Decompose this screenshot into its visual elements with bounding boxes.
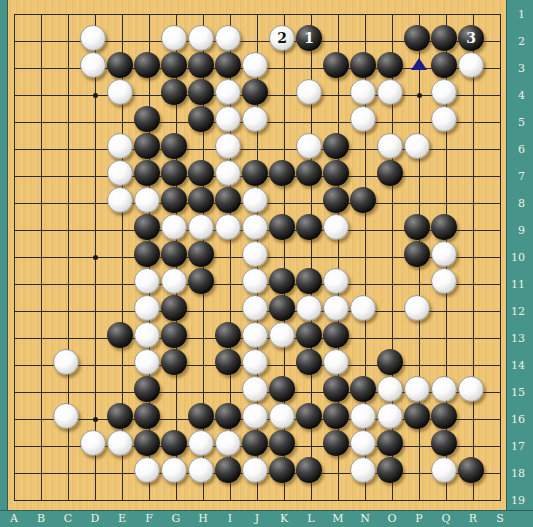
row-label-18: 18 <box>511 467 525 480</box>
star-point <box>417 93 422 98</box>
stone-white-O4[interactable] <box>377 79 403 105</box>
stone-white-I2[interactable] <box>215 25 241 51</box>
stone-black-M17[interactable] <box>323 430 349 456</box>
stone-black-P9[interactable] <box>404 214 430 240</box>
stone-white-M12[interactable] <box>323 295 349 321</box>
col-label-O: O <box>387 512 396 525</box>
stone-black-G13[interactable] <box>161 322 187 348</box>
stone-white-E17[interactable] <box>107 430 133 456</box>
col-label-C: C <box>64 512 72 525</box>
stone-black-F15[interactable] <box>134 376 160 402</box>
stone-white-M14[interactable] <box>323 349 349 375</box>
stone-black-G8[interactable] <box>161 187 187 213</box>
stone-black-F16[interactable] <box>134 403 160 429</box>
stone-black-L16[interactable] <box>296 403 322 429</box>
stone-black-K18[interactable] <box>269 457 295 483</box>
stone-black-J17[interactable] <box>242 430 268 456</box>
stone-white-J13[interactable] <box>242 322 268 348</box>
row-label-6: 6 <box>518 143 525 156</box>
col-label-A: A <box>10 512 18 525</box>
stone-white-M11[interactable] <box>323 268 349 294</box>
stone-black-I13[interactable] <box>215 322 241 348</box>
stone-white-M9[interactable] <box>323 214 349 240</box>
stone-black-P16[interactable] <box>404 403 430 429</box>
stone-white-L12[interactable] <box>296 295 322 321</box>
stone-black-K12[interactable] <box>269 295 295 321</box>
stone-black-H3[interactable] <box>188 52 214 78</box>
stone-white-K2[interactable]: 2 <box>269 25 295 51</box>
stone-white-O15[interactable] <box>377 376 403 402</box>
stone-black-L2[interactable]: 1 <box>296 25 322 51</box>
stone-white-N5[interactable] <box>350 106 376 132</box>
stone-white-G18[interactable] <box>161 457 187 483</box>
row-label-4: 4 <box>518 89 525 102</box>
triangle-marker[interactable] <box>411 58 427 70</box>
stone-white-K13[interactable] <box>269 322 295 348</box>
stone-black-G3[interactable] <box>161 52 187 78</box>
col-label-D: D <box>91 512 100 525</box>
stone-black-F9[interactable] <box>134 214 160 240</box>
stone-black-O18[interactable] <box>377 457 403 483</box>
stone-black-M8[interactable] <box>323 187 349 213</box>
row-label-13: 13 <box>511 332 525 345</box>
col-label-I: I <box>228 512 232 525</box>
stone-white-J16[interactable] <box>242 403 268 429</box>
column-coordinate-strip <box>0 510 533 527</box>
stone-white-J11[interactable] <box>242 268 268 294</box>
stone-white-E6[interactable] <box>107 133 133 159</box>
stone-white-C14[interactable] <box>53 349 79 375</box>
stone-white-N12[interactable] <box>350 295 376 321</box>
stone-black-H11[interactable] <box>188 268 214 294</box>
stone-white-R3[interactable] <box>458 52 484 78</box>
stone-white-L4[interactable] <box>296 79 322 105</box>
stone-black-M7[interactable] <box>323 160 349 186</box>
stone-white-J14[interactable] <box>242 349 268 375</box>
stone-white-N17[interactable] <box>350 430 376 456</box>
stone-white-J10[interactable] <box>242 241 268 267</box>
stone-black-R18[interactable] <box>458 457 484 483</box>
stone-black-F7[interactable] <box>134 160 160 186</box>
stone-black-F3[interactable] <box>134 52 160 78</box>
grid-line-h <box>14 500 501 501</box>
stone-black-H16[interactable] <box>188 403 214 429</box>
stone-black-Q3[interactable] <box>431 52 457 78</box>
stone-black-E13[interactable] <box>107 322 133 348</box>
stone-white-P6[interactable] <box>404 133 430 159</box>
stone-white-F8[interactable] <box>134 187 160 213</box>
stone-black-J7[interactable] <box>242 160 268 186</box>
col-label-F: F <box>145 512 153 525</box>
stone-white-I4[interactable] <box>215 79 241 105</box>
stone-black-M15[interactable] <box>323 376 349 402</box>
stone-black-L13[interactable] <box>296 322 322 348</box>
stone-black-E3[interactable] <box>107 52 133 78</box>
stone-black-L14[interactable] <box>296 349 322 375</box>
stone-black-P2[interactable] <box>404 25 430 51</box>
stone-white-E7[interactable] <box>107 160 133 186</box>
stone-black-G12[interactable] <box>161 295 187 321</box>
stone-white-O16[interactable] <box>377 403 403 429</box>
stone-black-O14[interactable] <box>377 349 403 375</box>
stone-black-G10[interactable] <box>161 241 187 267</box>
star-point <box>93 255 98 260</box>
col-label-H: H <box>198 512 208 525</box>
stone-white-J3[interactable] <box>242 52 268 78</box>
stone-white-D3[interactable] <box>80 52 106 78</box>
stone-white-H9[interactable] <box>188 214 214 240</box>
go-app-window: 213 ABCDEFGHIJKLMNOPQRS12345678910111213… <box>0 0 533 527</box>
stone-black-L7[interactable] <box>296 160 322 186</box>
stone-black-F6[interactable] <box>134 133 160 159</box>
stone-black-F5[interactable] <box>134 106 160 132</box>
stone-white-J15[interactable] <box>242 376 268 402</box>
col-label-J: J <box>255 512 259 525</box>
col-label-N: N <box>360 512 370 525</box>
stone-black-G4[interactable] <box>161 79 187 105</box>
move-number: 2 <box>277 31 287 45</box>
stone-white-J18[interactable] <box>242 457 268 483</box>
stone-black-H7[interactable] <box>188 160 214 186</box>
stone-black-I14[interactable] <box>215 349 241 375</box>
stone-white-H17[interactable] <box>188 430 214 456</box>
row-label-7: 7 <box>518 170 525 183</box>
stone-black-Q9[interactable] <box>431 214 457 240</box>
stone-white-E8[interactable] <box>107 187 133 213</box>
stone-black-E16[interactable] <box>107 403 133 429</box>
star-point <box>93 93 98 98</box>
row-label-5: 5 <box>518 116 525 129</box>
stone-white-O6[interactable] <box>377 133 403 159</box>
stone-white-H18[interactable] <box>188 457 214 483</box>
stone-white-R15[interactable] <box>458 376 484 402</box>
row-label-1: 1 <box>518 8 525 21</box>
stone-black-L11[interactable] <box>296 268 322 294</box>
stone-white-F18[interactable] <box>134 457 160 483</box>
stone-white-P15[interactable] <box>404 376 430 402</box>
stone-white-P12[interactable] <box>404 295 430 321</box>
stone-white-I9[interactable] <box>215 214 241 240</box>
stone-white-Q10[interactable] <box>431 241 457 267</box>
stone-black-F10[interactable] <box>134 241 160 267</box>
stone-black-G6[interactable] <box>161 133 187 159</box>
stone-black-H10[interactable] <box>188 241 214 267</box>
stone-white-G2[interactable] <box>161 25 187 51</box>
stone-black-N8[interactable] <box>350 187 376 213</box>
left-edge-strip <box>0 0 8 527</box>
row-label-16: 16 <box>511 413 525 426</box>
stone-black-Q17[interactable] <box>431 430 457 456</box>
go-board[interactable]: 213 <box>0 0 506 510</box>
stone-black-F17[interactable] <box>134 430 160 456</box>
stone-black-K17[interactable] <box>269 430 295 456</box>
stone-black-M3[interactable] <box>323 52 349 78</box>
col-label-Q: Q <box>441 512 450 525</box>
stone-black-I16[interactable] <box>215 403 241 429</box>
row-label-17: 17 <box>511 440 525 453</box>
stone-white-I17[interactable] <box>215 430 241 456</box>
stone-white-I6[interactable] <box>215 133 241 159</box>
stone-black-Q2[interactable] <box>431 25 457 51</box>
col-label-K: K <box>280 512 288 525</box>
row-label-2: 2 <box>518 35 525 48</box>
stone-white-J9[interactable] <box>242 214 268 240</box>
stone-black-O7[interactable] <box>377 160 403 186</box>
col-label-L: L <box>307 512 314 525</box>
col-label-B: B <box>37 512 45 525</box>
stone-black-I8[interactable] <box>215 187 241 213</box>
stone-black-G17[interactable] <box>161 430 187 456</box>
stone-white-Q15[interactable] <box>431 376 457 402</box>
row-label-3: 3 <box>518 62 525 75</box>
stone-white-L6[interactable] <box>296 133 322 159</box>
row-label-9: 9 <box>518 224 525 237</box>
stone-white-N18[interactable] <box>350 457 376 483</box>
col-label-E: E <box>118 512 126 525</box>
stone-white-I5[interactable] <box>215 106 241 132</box>
col-label-G: G <box>172 512 181 525</box>
stone-black-I3[interactable] <box>215 52 241 78</box>
row-label-12: 12 <box>511 305 525 318</box>
col-label-R: R <box>469 512 477 525</box>
stone-white-H2[interactable] <box>188 25 214 51</box>
col-label-P: P <box>415 512 422 525</box>
stone-black-H5[interactable] <box>188 106 214 132</box>
stone-white-J12[interactable] <box>242 295 268 321</box>
stone-white-J5[interactable] <box>242 106 268 132</box>
stone-white-G9[interactable] <box>161 214 187 240</box>
stone-black-G14[interactable] <box>161 349 187 375</box>
row-label-8: 8 <box>518 197 525 210</box>
stone-black-K11[interactable] <box>269 268 295 294</box>
stone-black-K15[interactable] <box>269 376 295 402</box>
stone-black-H8[interactable] <box>188 187 214 213</box>
stone-white-G11[interactable] <box>161 268 187 294</box>
stone-black-L9[interactable] <box>296 214 322 240</box>
stone-white-F13[interactable] <box>134 322 160 348</box>
row-label-14: 14 <box>511 359 525 372</box>
row-label-15: 15 <box>511 386 525 399</box>
stone-black-M16[interactable] <box>323 403 349 429</box>
stone-black-N3[interactable] <box>350 52 376 78</box>
stone-black-N15[interactable] <box>350 376 376 402</box>
stone-white-J8[interactable] <box>242 187 268 213</box>
stone-black-R2[interactable]: 3 <box>458 25 484 51</box>
stone-white-C16[interactable] <box>53 403 79 429</box>
move-number: 1 <box>304 31 314 45</box>
stone-black-J4[interactable] <box>242 79 268 105</box>
stone-black-P10[interactable] <box>404 241 430 267</box>
stone-white-F11[interactable] <box>134 268 160 294</box>
stone-black-O3[interactable] <box>377 52 403 78</box>
stone-black-M6[interactable] <box>323 133 349 159</box>
stone-white-Q11[interactable] <box>431 268 457 294</box>
stone-white-I7[interactable] <box>215 160 241 186</box>
row-label-19: 19 <box>511 494 525 507</box>
stone-white-F12[interactable] <box>134 295 160 321</box>
stone-white-Q5[interactable] <box>431 106 457 132</box>
stone-white-N4[interactable] <box>350 79 376 105</box>
stone-black-L18[interactable] <box>296 457 322 483</box>
grid-line-v <box>500 14 501 501</box>
stone-white-D2[interactable] <box>80 25 106 51</box>
stone-black-O17[interactable] <box>377 430 403 456</box>
row-label-11: 11 <box>511 278 525 291</box>
col-label-M: M <box>332 512 343 525</box>
stone-white-Q4[interactable] <box>431 79 457 105</box>
stone-white-D17[interactable] <box>80 430 106 456</box>
stone-white-E4[interactable] <box>107 79 133 105</box>
stone-black-K7[interactable] <box>269 160 295 186</box>
stone-white-N16[interactable] <box>350 403 376 429</box>
move-number: 3 <box>466 31 476 45</box>
grid-line-v <box>473 14 474 501</box>
stone-white-K16[interactable] <box>269 403 295 429</box>
stone-white-Q18[interactable] <box>431 457 457 483</box>
star-point <box>93 417 98 422</box>
stone-black-H4[interactable] <box>188 79 214 105</box>
row-label-10: 10 <box>511 251 525 264</box>
stone-black-K9[interactable] <box>269 214 295 240</box>
stone-white-F14[interactable] <box>134 349 160 375</box>
stone-black-I18[interactable] <box>215 457 241 483</box>
col-label-S: S <box>496 512 504 525</box>
stone-black-M13[interactable] <box>323 322 349 348</box>
stone-black-G7[interactable] <box>161 160 187 186</box>
stone-black-Q16[interactable] <box>431 403 457 429</box>
